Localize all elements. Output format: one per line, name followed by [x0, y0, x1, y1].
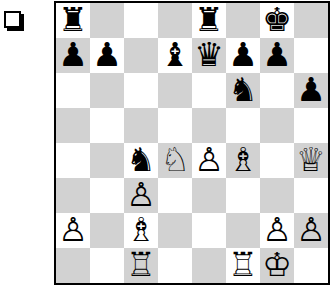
square-f8[interactable] [226, 3, 260, 38]
square-e8[interactable]: ♜ [192, 3, 226, 38]
square-c3[interactable]: ♙ [124, 178, 158, 213]
square-h8[interactable] [294, 3, 328, 38]
square-a3[interactable] [56, 178, 90, 213]
square-d7[interactable]: ♝ [158, 38, 192, 73]
square-h3[interactable] [294, 178, 328, 213]
piece-white-pawn: ♙ [58, 213, 88, 246]
square-g3[interactable] [260, 178, 294, 213]
piece-black-king: ♚ [262, 3, 292, 36]
piece-black-queen: ♛ [194, 38, 224, 71]
square-a1[interactable] [56, 248, 90, 283]
square-a4[interactable] [56, 143, 90, 178]
square-d4[interactable]: ♘ [158, 143, 192, 178]
square-f3[interactable] [226, 178, 260, 213]
square-c1[interactable]: ♖ [124, 248, 158, 283]
piece-black-pawn: ♟ [262, 38, 292, 71]
square-e4[interactable]: ♙ [192, 143, 226, 178]
square-a2[interactable]: ♙ [56, 213, 90, 248]
square-b5[interactable] [90, 108, 124, 143]
square-g7[interactable]: ♟ [260, 38, 294, 73]
square-f4[interactable]: ♗ [226, 143, 260, 178]
piece-black-knight: ♞ [228, 73, 258, 106]
piece-black-pawn: ♟ [228, 38, 258, 71]
square-e5[interactable] [192, 108, 226, 143]
piece-black-pawn: ♟ [92, 38, 122, 71]
square-f6[interactable]: ♞ [226, 73, 260, 108]
square-e7[interactable]: ♛ [192, 38, 226, 73]
square-e2[interactable] [192, 213, 226, 248]
square-h2[interactable]: ♙ [294, 213, 328, 248]
piece-white-pawn: ♙ [194, 143, 224, 176]
square-b6[interactable] [90, 73, 124, 108]
square-e1[interactable] [192, 248, 226, 283]
square-h4[interactable]: ♕ [294, 143, 328, 178]
piece-black-bishop: ♝ [160, 38, 190, 71]
white-to-move-indicator [4, 11, 21, 28]
piece-white-pawn: ♙ [262, 213, 292, 246]
square-f1[interactable]: ♖ [226, 248, 260, 283]
square-g6[interactable] [260, 73, 294, 108]
square-c4[interactable]: ♞ [124, 143, 158, 178]
chess-board: ♜♜♚♟♟♝♛♟♟♞♟♞♘♙♗♕♙♙♗♙♙♖♖♔ [54, 1, 330, 285]
piece-white-pawn: ♙ [296, 213, 326, 246]
square-g2[interactable]: ♙ [260, 213, 294, 248]
square-a7[interactable]: ♟ [56, 38, 90, 73]
square-d1[interactable] [158, 248, 192, 283]
piece-white-bishop: ♗ [228, 143, 258, 176]
square-h7[interactable] [294, 38, 328, 73]
square-g1[interactable]: ♔ [260, 248, 294, 283]
square-a5[interactable] [56, 108, 90, 143]
piece-white-king: ♔ [262, 248, 292, 281]
square-a8[interactable]: ♜ [56, 3, 90, 38]
square-d6[interactable] [158, 73, 192, 108]
piece-white-queen: ♕ [296, 143, 326, 176]
square-g4[interactable] [260, 143, 294, 178]
square-c8[interactable] [124, 3, 158, 38]
square-g5[interactable] [260, 108, 294, 143]
square-e3[interactable] [192, 178, 226, 213]
square-c5[interactable] [124, 108, 158, 143]
square-c6[interactable] [124, 73, 158, 108]
square-d5[interactable] [158, 108, 192, 143]
piece-black-pawn: ♟ [296, 73, 326, 106]
square-f5[interactable] [226, 108, 260, 143]
square-a6[interactable] [56, 73, 90, 108]
piece-white-rook: ♖ [126, 248, 156, 281]
piece-black-knight: ♞ [126, 143, 156, 176]
square-b8[interactable] [90, 3, 124, 38]
piece-black-pawn: ♟ [58, 38, 88, 71]
square-f7[interactable]: ♟ [226, 38, 260, 73]
square-f2[interactable] [226, 213, 260, 248]
square-c7[interactable] [124, 38, 158, 73]
piece-white-rook: ♖ [228, 248, 258, 281]
square-e6[interactable] [192, 73, 226, 108]
square-h5[interactable] [294, 108, 328, 143]
chess-diagram: ♜♜♚♟♟♝♛♟♟♞♟♞♘♙♗♕♙♙♗♙♙♖♖♔ [0, 0, 330, 285]
square-c2[interactable]: ♗ [124, 213, 158, 248]
piece-black-rook: ♜ [194, 3, 224, 36]
square-h6[interactable]: ♟ [294, 73, 328, 108]
square-b7[interactable]: ♟ [90, 38, 124, 73]
square-b4[interactable] [90, 143, 124, 178]
square-b2[interactable] [90, 213, 124, 248]
square-b1[interactable] [90, 248, 124, 283]
square-d2[interactable] [158, 213, 192, 248]
piece-black-rook: ♜ [58, 3, 88, 36]
piece-white-pawn: ♙ [126, 178, 156, 211]
piece-white-bishop: ♗ [126, 213, 156, 246]
square-h1[interactable] [294, 248, 328, 283]
square-d3[interactable] [158, 178, 192, 213]
square-b3[interactable] [90, 178, 124, 213]
piece-white-knight: ♘ [160, 143, 190, 176]
square-g8[interactable]: ♚ [260, 3, 294, 38]
square-d8[interactable] [158, 3, 192, 38]
